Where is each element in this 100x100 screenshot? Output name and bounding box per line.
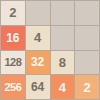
empty-cell: [51, 26, 75, 50]
empty-cell: [75, 1, 99, 25]
tile-2: 2: [1, 1, 25, 25]
2048-board[interactable]: 21641283282566442: [0, 0, 100, 100]
tile-4: 4: [51, 75, 75, 99]
tile-2: 2: [75, 75, 99, 99]
empty-cell: [51, 1, 75, 25]
empty-cell: [75, 26, 99, 50]
tile-64: 64: [26, 75, 50, 99]
empty-cell: [26, 1, 50, 25]
tile-4: 4: [26, 26, 50, 50]
empty-cell: [75, 51, 99, 75]
tile-256: 256: [1, 75, 25, 99]
tile-128: 128: [1, 51, 25, 75]
tile-32: 32: [26, 51, 50, 75]
tile-16: 16: [1, 26, 25, 50]
tile-8: 8: [51, 51, 75, 75]
